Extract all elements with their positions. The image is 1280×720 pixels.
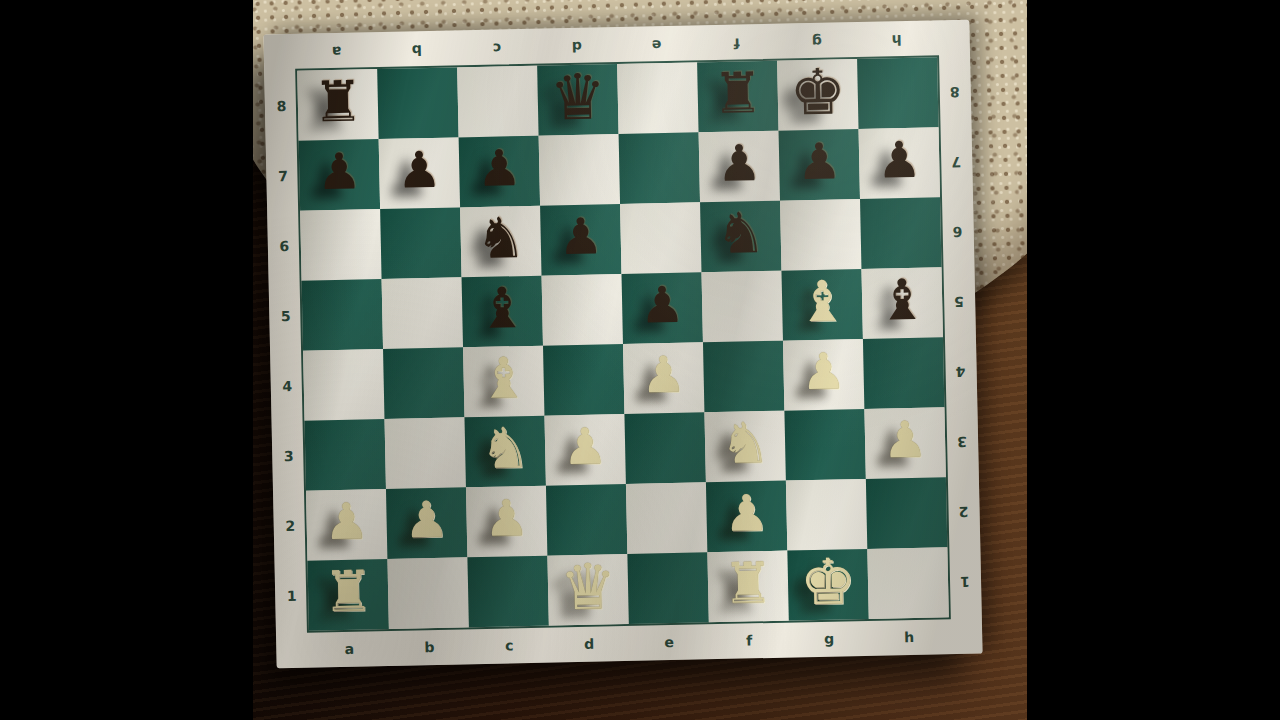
square-b3[interactable] xyxy=(385,417,466,489)
board: ♜♛♜♚♟♟♟♟♟♟♞♟♞♝♟♝♝♝♟♟♞♟♞♟♟♟♟♟♜♛♜♚ xyxy=(297,57,949,630)
square-g4[interactable]: ♟ xyxy=(783,339,864,411)
photo-scene: abcdefgh 87654321 ♜♛♜♚♟♟♟♟♟♟♞♟♞♝♟♝♝♝♟♟♞♟… xyxy=(253,0,1027,720)
square-d6[interactable]: ♟ xyxy=(540,204,621,276)
rank-label-left-3: 3 xyxy=(284,448,294,464)
rank-label-right-8: 8 xyxy=(949,84,959,100)
white-pawn-h3[interactable]: ♟ xyxy=(882,415,928,466)
square-a7[interactable]: ♟ xyxy=(299,139,380,211)
rank-label-left-8: 8 xyxy=(276,98,286,114)
square-e5[interactable]: ♟ xyxy=(622,272,703,344)
white-pawn-b2[interactable]: ♟ xyxy=(404,495,450,546)
rank-label-left-1: 1 xyxy=(287,588,297,604)
rank-label-right-2: 2 xyxy=(958,504,968,520)
square-e1[interactable] xyxy=(627,552,708,624)
black-pawn-f7[interactable]: ♟ xyxy=(716,138,762,189)
square-g3[interactable] xyxy=(784,409,865,481)
file-label-top-c: c xyxy=(492,40,501,56)
file-label-bottom-a: a xyxy=(344,640,354,656)
black-pawn-c7[interactable]: ♟ xyxy=(476,143,522,194)
rank-label-left-2: 2 xyxy=(285,518,295,534)
rank-label-right-3: 3 xyxy=(957,434,967,450)
square-b7[interactable]: ♟ xyxy=(379,137,460,209)
white-pawn-g4[interactable]: ♟ xyxy=(801,346,847,397)
black-pawn-e5[interactable]: ♟ xyxy=(639,280,685,331)
file-label-bottom-c: c xyxy=(505,637,514,653)
square-h7[interactable]: ♟ xyxy=(859,127,940,199)
square-d8[interactable]: ♛ xyxy=(537,64,618,136)
black-pawn-g7[interactable]: ♟ xyxy=(796,136,842,187)
white-bishop-c4[interactable]: ♝ xyxy=(478,350,529,407)
rank-label-right-4: 4 xyxy=(955,364,965,380)
white-pawn-c2[interactable]: ♟ xyxy=(484,493,530,544)
square-c3[interactable]: ♞ xyxy=(465,416,546,488)
black-bishop-h5[interactable]: ♝ xyxy=(876,272,927,329)
square-h5[interactable]: ♝ xyxy=(861,267,942,339)
file-label-bottom-g: g xyxy=(824,630,834,646)
rank-label-right-5: 5 xyxy=(954,294,964,310)
file-label-top-h: h xyxy=(892,32,902,48)
mat-grid: abcdefgh 87654321 ♜♛♜♚♟♟♟♟♟♟♞♟♞♝♟♝♝♝♟♟♞♟… xyxy=(263,20,982,669)
square-a3[interactable] xyxy=(305,419,386,491)
black-bishop-c5[interactable]: ♝ xyxy=(477,280,528,337)
square-h1[interactable] xyxy=(867,547,948,619)
square-d7[interactable] xyxy=(539,134,620,206)
square-e3[interactable] xyxy=(624,412,705,484)
file-label-top-d: d xyxy=(572,38,582,54)
square-h6[interactable] xyxy=(860,197,941,269)
rank-label-left-5: 5 xyxy=(281,308,291,324)
square-f4[interactable] xyxy=(703,341,784,413)
black-pawn-h7[interactable]: ♟ xyxy=(876,135,922,186)
square-d5[interactable] xyxy=(542,274,623,346)
square-g1[interactable]: ♚ xyxy=(787,549,868,621)
letterbox-bar-left xyxy=(0,0,253,720)
square-f8[interactable]: ♜ xyxy=(697,61,778,133)
black-pawn-d6[interactable]: ♟ xyxy=(558,211,604,262)
white-pawn-f2[interactable]: ♟ xyxy=(724,488,770,539)
square-g7[interactable]: ♟ xyxy=(779,129,860,201)
black-queen-d8[interactable]: ♛ xyxy=(549,65,607,129)
square-h3[interactable]: ♟ xyxy=(864,407,945,479)
square-e4[interactable]: ♟ xyxy=(623,342,704,414)
square-c4[interactable]: ♝ xyxy=(463,346,544,418)
square-f5[interactable] xyxy=(702,271,783,343)
square-c7[interactable]: ♟ xyxy=(459,136,540,208)
file-label-bottom-e: e xyxy=(664,633,674,649)
square-f7[interactable]: ♟ xyxy=(699,131,780,203)
black-knight-f6[interactable]: ♞ xyxy=(715,205,766,262)
square-b2[interactable]: ♟ xyxy=(386,487,467,559)
file-label-top-f: f xyxy=(734,35,740,51)
black-pawn-a7[interactable]: ♟ xyxy=(316,146,362,197)
white-pawn-d3[interactable]: ♟ xyxy=(562,421,608,472)
black-rook-f8[interactable]: ♜ xyxy=(712,65,763,122)
square-e7[interactable] xyxy=(619,132,700,204)
square-f3[interactable]: ♞ xyxy=(704,411,785,483)
file-label-top-a: a xyxy=(332,43,342,59)
square-h8[interactable] xyxy=(857,57,938,129)
square-d4[interactable] xyxy=(543,344,624,416)
white-knight-f3[interactable]: ♞ xyxy=(719,415,770,472)
square-g8[interactable]: ♚ xyxy=(777,59,858,131)
square-b4[interactable] xyxy=(383,347,464,419)
square-c2[interactable]: ♟ xyxy=(466,486,547,558)
black-pawn-b7[interactable]: ♟ xyxy=(396,145,442,196)
square-e6[interactable] xyxy=(620,202,701,274)
square-f6[interactable]: ♞ xyxy=(700,201,781,273)
square-a2[interactable]: ♟ xyxy=(306,489,387,561)
square-g6[interactable] xyxy=(780,199,861,271)
white-rook-a1[interactable]: ♜ xyxy=(322,563,373,620)
square-c8[interactable] xyxy=(457,66,538,138)
square-g5[interactable]: ♝ xyxy=(781,269,862,341)
chess-mat: abcdefgh 87654321 ♜♛♜♚♟♟♟♟♟♟♞♟♞♝♟♝♝♝♟♟♞♟… xyxy=(263,20,982,669)
rank-label-right-6: 6 xyxy=(952,224,962,240)
square-g2[interactable] xyxy=(786,479,867,551)
rank-label-right-1: 1 xyxy=(960,574,970,590)
square-b1[interactable] xyxy=(387,557,468,629)
white-king-g1[interactable]: ♚ xyxy=(799,550,857,614)
white-bishop-g5[interactable]: ♝ xyxy=(796,273,847,330)
letterbox-bar-right xyxy=(1027,0,1280,720)
square-e8[interactable] xyxy=(617,62,698,134)
square-a5[interactable] xyxy=(302,279,383,351)
rank-label-left-7: 7 xyxy=(278,168,288,184)
file-label-top-e: e xyxy=(652,37,662,53)
square-d3[interactable]: ♟ xyxy=(544,414,625,486)
square-a8[interactable]: ♜ xyxy=(297,69,378,141)
file-label-bottom-h: h xyxy=(904,628,914,644)
black-rook-a8[interactable]: ♜ xyxy=(312,73,363,130)
white-pawn-a2[interactable]: ♟ xyxy=(324,496,370,547)
square-d1[interactable]: ♛ xyxy=(547,554,628,626)
rank-label-left-4: 4 xyxy=(282,378,292,394)
white-knight-c3[interactable]: ♞ xyxy=(479,420,530,477)
square-a6[interactable] xyxy=(300,209,381,281)
file-label-top-b: b xyxy=(412,42,422,58)
square-c1[interactable] xyxy=(467,556,548,628)
file-label-bottom-b: b xyxy=(424,639,434,655)
rank-label-right-7: 7 xyxy=(951,154,961,170)
square-c6[interactable]: ♞ xyxy=(460,206,541,278)
file-label-bottom-f: f xyxy=(746,632,752,648)
white-queen-d1[interactable]: ♛ xyxy=(559,555,617,619)
square-f1[interactable]: ♜ xyxy=(707,551,788,623)
white-pawn-e4[interactable]: ♟ xyxy=(641,350,687,401)
black-knight-c6[interactable]: ♞ xyxy=(475,210,526,267)
square-e2[interactable] xyxy=(626,482,707,554)
square-d2[interactable] xyxy=(546,484,627,556)
square-b5[interactable] xyxy=(382,277,463,349)
file-label-bottom-d: d xyxy=(584,635,594,651)
square-h4[interactable] xyxy=(863,337,944,409)
square-b8[interactable] xyxy=(377,67,458,139)
square-a1[interactable]: ♜ xyxy=(307,559,388,631)
white-rook-f1[interactable]: ♜ xyxy=(722,555,773,612)
video-frame: abcdefgh 87654321 ♜♛♜♚♟♟♟♟♟♟♞♟♞♝♟♝♝♝♟♟♞♟… xyxy=(0,0,1280,720)
square-b6[interactable] xyxy=(380,207,461,279)
square-a4[interactable] xyxy=(303,349,384,421)
square-c5[interactable]: ♝ xyxy=(462,276,543,348)
black-king-g8[interactable]: ♚ xyxy=(789,60,847,124)
square-h2[interactable] xyxy=(866,477,947,549)
square-f2[interactable]: ♟ xyxy=(706,481,787,553)
rank-label-left-6: 6 xyxy=(279,238,289,254)
file-label-top-g: g xyxy=(812,33,822,49)
